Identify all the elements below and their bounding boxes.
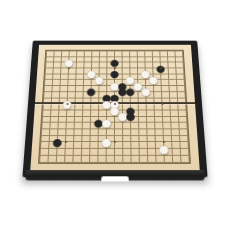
black-stone[interactable]: ●: [125, 87, 135, 97]
white-stone[interactable]: ●: [64, 58, 74, 67]
board-frame: ●●●●●●●●●●●●●●●●●●●●●●●●●●●●●●: [22, 41, 207, 178]
stone-tray-base: [25, 170, 204, 180]
hoshi-point: [114, 103, 116, 105]
hoshi-point: [113, 141, 115, 143]
black-stone[interactable]: ●: [110, 69, 119, 79]
white-stone[interactable]: ●: [101, 137, 111, 148]
white-stone[interactable]: ●: [159, 143, 169, 154]
black-stone[interactable]: ●: [52, 137, 62, 148]
black-stone[interactable]: ●: [110, 58, 119, 67]
photo-background: ●●●●●●●●●●●●●●●●●●●●●●●●●●●●●●: [0, 0, 230, 230]
tray-thumb-notch: [101, 176, 128, 181]
go-board-assembly: ●●●●●●●●●●●●●●●●●●●●●●●●●●●●●●: [22, 41, 209, 188]
hoshi-point: [159, 67, 161, 69]
black-stone[interactable]: ●: [126, 111, 136, 121]
hoshi-point: [161, 103, 163, 105]
hoshi-point: [114, 67, 116, 69]
white-stone[interactable]: ●: [148, 75, 158, 85]
white-stone[interactable]: ●: [141, 87, 151, 97]
hoshi-point: [162, 141, 164, 143]
white-stone[interactable]: ●: [94, 75, 103, 85]
white-stone[interactable]: ●: [102, 117, 112, 127]
black-stone[interactable]: ●: [86, 87, 96, 97]
board-surface: ●●●●●●●●●●●●●●●●●●●●●●●●●●●●●●: [30, 45, 199, 170]
